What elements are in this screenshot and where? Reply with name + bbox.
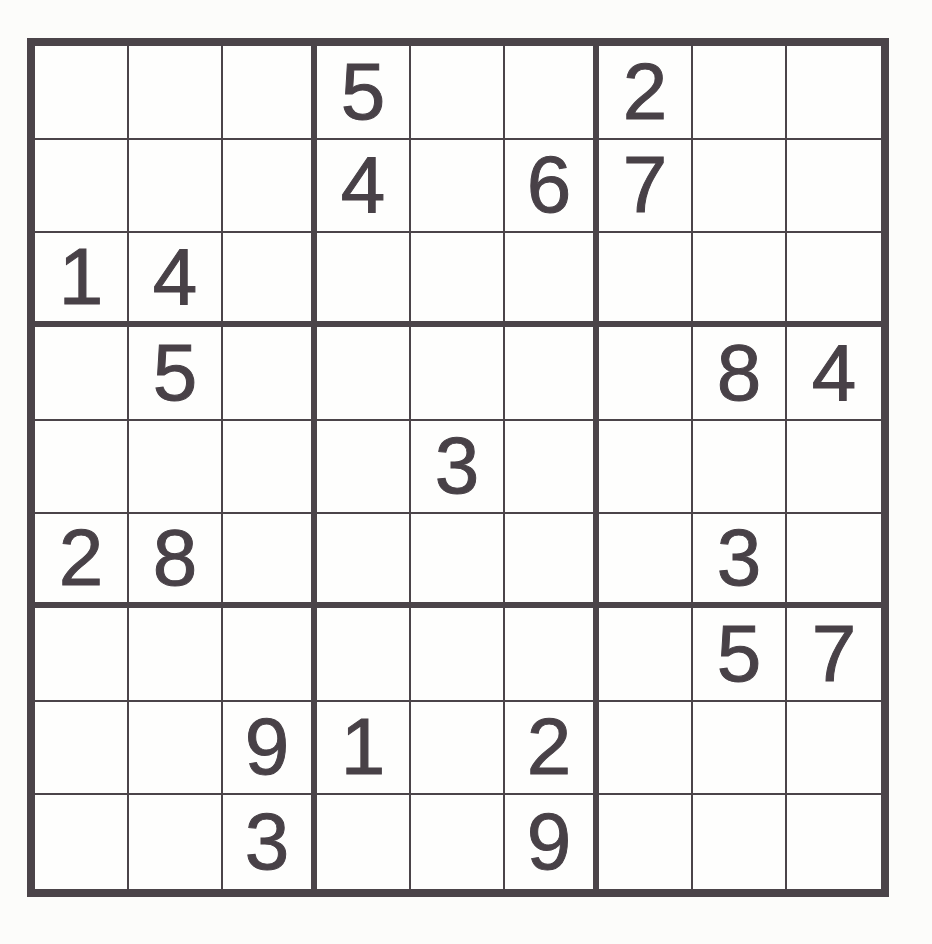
cell-r7c1[interactable] [35, 608, 129, 702]
cell-r1c8[interactable] [693, 46, 787, 140]
cell-r9c1[interactable] [35, 795, 129, 889]
cell-r7c7[interactable] [599, 608, 693, 702]
cell-r1c9[interactable] [787, 46, 881, 140]
cell-r6c8: 3 [693, 514, 787, 608]
cell-r7c3[interactable] [223, 608, 317, 702]
cell-r7c2[interactable] [129, 608, 223, 702]
cell-r1c3[interactable] [223, 46, 317, 140]
sudoku-board: 524671458432835791239 [27, 38, 889, 897]
cell-r1c6[interactable] [505, 46, 599, 140]
cell-r1c5[interactable] [411, 46, 505, 140]
cell-r8c1[interactable] [35, 702, 129, 796]
cell-r5c7[interactable] [599, 421, 693, 515]
cell-r9c9[interactable] [787, 795, 881, 889]
cell-r5c1[interactable] [35, 421, 129, 515]
cell-r3c6[interactable] [505, 233, 599, 327]
cell-r8c6: 2 [505, 702, 599, 796]
cell-r6c9[interactable] [787, 514, 881, 608]
cell-r9c5[interactable] [411, 795, 505, 889]
cell-r2c7: 7 [599, 140, 693, 234]
cell-r7c6[interactable] [505, 608, 599, 702]
cell-r9c4[interactable] [317, 795, 411, 889]
cell-r6c5[interactable] [411, 514, 505, 608]
cell-r7c4[interactable] [317, 608, 411, 702]
cell-r4c5[interactable] [411, 327, 505, 421]
cell-r8c9[interactable] [787, 702, 881, 796]
cell-r7c5[interactable] [411, 608, 505, 702]
cell-r9c6: 9 [505, 795, 599, 889]
cell-r3c2: 4 [129, 233, 223, 327]
cell-r8c3: 9 [223, 702, 317, 796]
cell-r5c8[interactable] [693, 421, 787, 515]
cell-r9c2[interactable] [129, 795, 223, 889]
cell-r9c7[interactable] [599, 795, 693, 889]
cell-r5c4[interactable] [317, 421, 411, 515]
cell-r3c4[interactable] [317, 233, 411, 327]
cell-r5c5: 3 [411, 421, 505, 515]
scanned-puzzle-page: 524671458432835791239 [0, 0, 932, 944]
cell-r4c8: 8 [693, 327, 787, 421]
cell-r4c4[interactable] [317, 327, 411, 421]
cell-r5c2[interactable] [129, 421, 223, 515]
cell-r1c7: 2 [599, 46, 693, 140]
cell-r4c6[interactable] [505, 327, 599, 421]
cell-r6c1: 2 [35, 514, 129, 608]
cell-r9c8[interactable] [693, 795, 787, 889]
cell-r9c3: 3 [223, 795, 317, 889]
cell-r4c1[interactable] [35, 327, 129, 421]
cell-r4c3[interactable] [223, 327, 317, 421]
cell-r8c4: 1 [317, 702, 411, 796]
cell-r1c1[interactable] [35, 46, 129, 140]
cell-r3c9[interactable] [787, 233, 881, 327]
cell-r2c3[interactable] [223, 140, 317, 234]
cell-r1c2[interactable] [129, 46, 223, 140]
cell-r6c7[interactable] [599, 514, 693, 608]
cell-r5c3[interactable] [223, 421, 317, 515]
cell-r8c2[interactable] [129, 702, 223, 796]
cell-r2c6: 6 [505, 140, 599, 234]
cell-r7c9: 7 [787, 608, 881, 702]
cell-r2c9[interactable] [787, 140, 881, 234]
cell-r3c7[interactable] [599, 233, 693, 327]
cell-r2c1[interactable] [35, 140, 129, 234]
cell-r2c2[interactable] [129, 140, 223, 234]
cell-r4c2: 5 [129, 327, 223, 421]
cell-r4c9: 4 [787, 327, 881, 421]
cell-r4c7[interactable] [599, 327, 693, 421]
cell-r8c7[interactable] [599, 702, 693, 796]
cell-r3c8[interactable] [693, 233, 787, 327]
cell-r2c5[interactable] [411, 140, 505, 234]
cell-r6c4[interactable] [317, 514, 411, 608]
cell-r3c5[interactable] [411, 233, 505, 327]
cell-r6c2: 8 [129, 514, 223, 608]
cell-r3c1: 1 [35, 233, 129, 327]
cell-r6c3[interactable] [223, 514, 317, 608]
cell-r3c3[interactable] [223, 233, 317, 327]
cell-r6c6[interactable] [505, 514, 599, 608]
cell-r8c5[interactable] [411, 702, 505, 796]
cell-r2c4: 4 [317, 140, 411, 234]
cell-r5c9[interactable] [787, 421, 881, 515]
cell-r2c8[interactable] [693, 140, 787, 234]
cell-r8c8[interactable] [693, 702, 787, 796]
cell-r5c6[interactable] [505, 421, 599, 515]
cell-r7c8: 5 [693, 608, 787, 702]
cell-r1c4: 5 [317, 46, 411, 140]
